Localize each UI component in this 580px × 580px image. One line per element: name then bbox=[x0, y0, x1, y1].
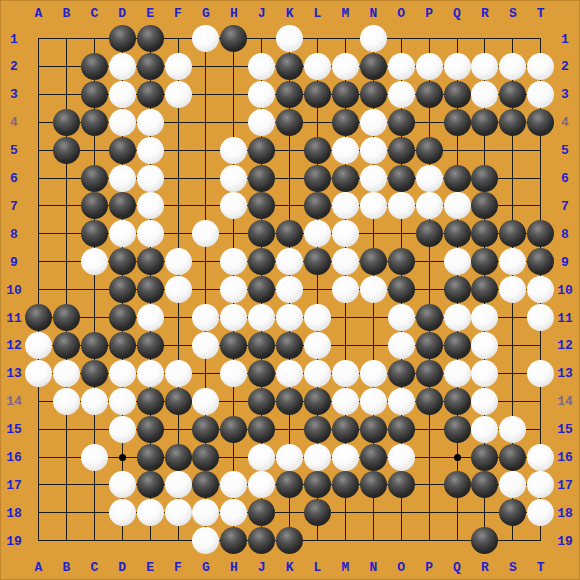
black-stone bbox=[416, 220, 443, 247]
black-stone bbox=[109, 25, 136, 52]
column-label: A bbox=[35, 560, 43, 573]
white-stone bbox=[332, 192, 359, 219]
black-stone bbox=[81, 81, 108, 108]
white-stone bbox=[332, 388, 359, 415]
black-stone bbox=[220, 25, 247, 52]
white-stone bbox=[527, 276, 554, 303]
white-stone bbox=[137, 109, 164, 136]
row-label: 15 bbox=[6, 423, 22, 436]
black-stone bbox=[220, 416, 247, 443]
black-stone bbox=[304, 248, 331, 275]
black-stone bbox=[332, 165, 359, 192]
white-stone bbox=[304, 220, 331, 247]
white-stone bbox=[192, 499, 219, 526]
black-stone bbox=[360, 471, 387, 498]
white-stone bbox=[527, 53, 554, 80]
white-stone bbox=[137, 192, 164, 219]
black-stone bbox=[81, 192, 108, 219]
white-stone bbox=[248, 81, 275, 108]
black-stone bbox=[388, 276, 415, 303]
black-stone bbox=[416, 388, 443, 415]
black-stone bbox=[137, 388, 164, 415]
white-stone bbox=[192, 25, 219, 52]
white-stone bbox=[192, 527, 219, 554]
row-label: 2 bbox=[10, 60, 18, 73]
white-stone bbox=[165, 276, 192, 303]
black-stone bbox=[471, 165, 498, 192]
column-label: G bbox=[202, 560, 210, 573]
white-stone bbox=[276, 276, 303, 303]
white-stone bbox=[109, 220, 136, 247]
column-label: N bbox=[369, 6, 377, 19]
black-stone bbox=[471, 109, 498, 136]
black-stone bbox=[220, 527, 247, 554]
black-stone bbox=[276, 332, 303, 359]
white-stone bbox=[332, 137, 359, 164]
white-stone bbox=[165, 499, 192, 526]
white-stone bbox=[388, 388, 415, 415]
black-stone bbox=[388, 109, 415, 136]
black-stone bbox=[137, 416, 164, 443]
black-stone bbox=[388, 165, 415, 192]
column-label: J bbox=[258, 6, 266, 19]
white-stone bbox=[109, 388, 136, 415]
column-label: C bbox=[90, 560, 98, 573]
row-label: 6 bbox=[561, 172, 569, 185]
black-stone bbox=[416, 360, 443, 387]
row-label: 19 bbox=[6, 534, 22, 547]
white-stone bbox=[332, 444, 359, 471]
column-label: H bbox=[230, 560, 238, 573]
white-stone bbox=[471, 388, 498, 415]
black-stone bbox=[53, 137, 80, 164]
column-label: D bbox=[118, 6, 126, 19]
row-label: 1 bbox=[10, 32, 18, 45]
white-stone bbox=[109, 416, 136, 443]
go-board[interactable]: ABCDEFGHJKLMNOPQRST ABCDEFGHJKLMNOPQRST … bbox=[0, 0, 580, 580]
black-stone bbox=[137, 444, 164, 471]
black-stone bbox=[471, 527, 498, 554]
row-label: 5 bbox=[10, 144, 18, 157]
black-stone bbox=[471, 220, 498, 247]
white-stone bbox=[416, 192, 443, 219]
black-stone bbox=[332, 416, 359, 443]
black-stone bbox=[304, 499, 331, 526]
row-label: 1 bbox=[561, 32, 569, 45]
white-stone bbox=[109, 499, 136, 526]
white-stone bbox=[527, 444, 554, 471]
black-stone bbox=[416, 332, 443, 359]
white-stone bbox=[444, 53, 471, 80]
white-stone bbox=[165, 471, 192, 498]
black-stone bbox=[360, 444, 387, 471]
black-stone bbox=[527, 248, 554, 275]
black-stone bbox=[471, 276, 498, 303]
white-stone bbox=[81, 248, 108, 275]
white-stone bbox=[276, 25, 303, 52]
black-stone bbox=[165, 444, 192, 471]
black-stone bbox=[276, 220, 303, 247]
black-stone bbox=[276, 53, 303, 80]
column-label: D bbox=[118, 560, 126, 573]
column-label: B bbox=[62, 560, 70, 573]
white-stone bbox=[527, 304, 554, 331]
white-stone bbox=[360, 165, 387, 192]
black-stone bbox=[276, 81, 303, 108]
white-stone bbox=[81, 444, 108, 471]
black-stone bbox=[527, 109, 554, 136]
black-stone bbox=[137, 276, 164, 303]
white-stone bbox=[360, 109, 387, 136]
column-label: G bbox=[202, 6, 210, 19]
white-stone bbox=[137, 220, 164, 247]
white-stone bbox=[248, 53, 275, 80]
white-stone bbox=[248, 471, 275, 498]
black-stone bbox=[444, 165, 471, 192]
white-stone bbox=[471, 304, 498, 331]
white-stone bbox=[220, 165, 247, 192]
white-stone bbox=[81, 388, 108, 415]
black-stone bbox=[137, 332, 164, 359]
star-point bbox=[454, 454, 461, 461]
white-stone bbox=[220, 192, 247, 219]
white-stone bbox=[276, 360, 303, 387]
row-label: 15 bbox=[557, 423, 573, 436]
white-stone bbox=[109, 165, 136, 192]
white-stone bbox=[192, 388, 219, 415]
white-stone bbox=[416, 165, 443, 192]
column-label: K bbox=[286, 560, 294, 573]
white-stone bbox=[220, 471, 247, 498]
black-stone bbox=[388, 471, 415, 498]
white-stone bbox=[499, 276, 526, 303]
black-stone bbox=[499, 444, 526, 471]
row-label: 13 bbox=[557, 367, 573, 380]
black-stone bbox=[81, 332, 108, 359]
black-stone bbox=[332, 81, 359, 108]
white-stone bbox=[192, 220, 219, 247]
white-stone bbox=[192, 332, 219, 359]
black-stone bbox=[444, 388, 471, 415]
row-label: 3 bbox=[561, 88, 569, 101]
row-label: 12 bbox=[6, 339, 22, 352]
column-label: R bbox=[481, 560, 489, 573]
white-stone bbox=[109, 81, 136, 108]
white-stone bbox=[165, 248, 192, 275]
row-label: 13 bbox=[6, 367, 22, 380]
white-stone bbox=[53, 360, 80, 387]
black-stone bbox=[360, 248, 387, 275]
white-stone bbox=[360, 276, 387, 303]
black-stone bbox=[304, 416, 331, 443]
black-stone bbox=[248, 220, 275, 247]
white-stone bbox=[471, 81, 498, 108]
white-stone bbox=[388, 332, 415, 359]
row-label: 5 bbox=[561, 144, 569, 157]
black-stone bbox=[499, 109, 526, 136]
white-stone bbox=[499, 248, 526, 275]
black-stone bbox=[81, 53, 108, 80]
white-stone bbox=[332, 53, 359, 80]
white-stone bbox=[220, 276, 247, 303]
white-stone bbox=[25, 360, 52, 387]
white-stone bbox=[220, 499, 247, 526]
column-label: F bbox=[174, 560, 182, 573]
black-stone bbox=[137, 248, 164, 275]
black-stone bbox=[304, 388, 331, 415]
white-stone bbox=[471, 416, 498, 443]
black-stone bbox=[276, 527, 303, 554]
black-stone bbox=[53, 332, 80, 359]
black-stone bbox=[109, 192, 136, 219]
column-label: Q bbox=[453, 560, 461, 573]
black-stone bbox=[332, 471, 359, 498]
white-stone bbox=[304, 53, 331, 80]
white-stone bbox=[527, 360, 554, 387]
row-label: 19 bbox=[557, 534, 573, 547]
white-stone bbox=[444, 360, 471, 387]
black-stone bbox=[304, 81, 331, 108]
black-stone bbox=[248, 165, 275, 192]
row-label: 6 bbox=[10, 172, 18, 185]
white-stone bbox=[360, 360, 387, 387]
black-stone bbox=[248, 248, 275, 275]
column-label: M bbox=[341, 6, 349, 19]
black-stone bbox=[109, 304, 136, 331]
white-stone bbox=[416, 53, 443, 80]
black-stone bbox=[25, 304, 52, 331]
white-stone bbox=[499, 416, 526, 443]
white-stone bbox=[109, 53, 136, 80]
white-stone bbox=[53, 388, 80, 415]
row-label: 16 bbox=[557, 451, 573, 464]
column-label: O bbox=[397, 560, 405, 573]
white-stone bbox=[527, 471, 554, 498]
row-label: 10 bbox=[557, 283, 573, 296]
white-stone bbox=[165, 81, 192, 108]
column-label: M bbox=[341, 560, 349, 573]
white-stone bbox=[388, 304, 415, 331]
white-stone bbox=[388, 444, 415, 471]
black-stone bbox=[444, 276, 471, 303]
black-stone bbox=[332, 109, 359, 136]
black-stone bbox=[416, 304, 443, 331]
column-label: S bbox=[509, 6, 517, 19]
column-label: P bbox=[425, 560, 433, 573]
white-stone bbox=[220, 360, 247, 387]
black-stone bbox=[137, 25, 164, 52]
white-stone bbox=[304, 332, 331, 359]
white-stone bbox=[332, 248, 359, 275]
column-label: O bbox=[397, 6, 405, 19]
white-stone bbox=[276, 444, 303, 471]
black-stone bbox=[137, 81, 164, 108]
row-label: 17 bbox=[6, 478, 22, 491]
black-stone bbox=[527, 220, 554, 247]
column-label: P bbox=[425, 6, 433, 19]
column-label: B bbox=[62, 6, 70, 19]
column-label: K bbox=[286, 6, 294, 19]
row-label: 14 bbox=[6, 395, 22, 408]
white-stone bbox=[248, 444, 275, 471]
row-label: 17 bbox=[557, 478, 573, 491]
black-stone bbox=[81, 165, 108, 192]
white-stone bbox=[360, 25, 387, 52]
black-stone bbox=[304, 471, 331, 498]
column-label: L bbox=[314, 560, 322, 573]
black-stone bbox=[360, 53, 387, 80]
black-stone bbox=[248, 332, 275, 359]
white-stone bbox=[220, 137, 247, 164]
black-stone bbox=[248, 276, 275, 303]
column-label: J bbox=[258, 560, 266, 573]
white-stone bbox=[248, 109, 275, 136]
white-stone bbox=[360, 192, 387, 219]
row-label: 4 bbox=[561, 116, 569, 129]
black-stone bbox=[499, 220, 526, 247]
column-label: L bbox=[314, 6, 322, 19]
white-stone bbox=[471, 332, 498, 359]
white-stone bbox=[220, 248, 247, 275]
column-label: F bbox=[174, 6, 182, 19]
black-stone bbox=[388, 137, 415, 164]
row-label: 3 bbox=[10, 88, 18, 101]
row-label: 7 bbox=[10, 199, 18, 212]
white-stone bbox=[332, 220, 359, 247]
white-stone bbox=[444, 248, 471, 275]
row-label: 18 bbox=[557, 506, 573, 519]
white-stone bbox=[360, 388, 387, 415]
white-stone bbox=[304, 360, 331, 387]
black-stone bbox=[416, 137, 443, 164]
black-stone bbox=[248, 192, 275, 219]
white-stone bbox=[304, 304, 331, 331]
row-label: 8 bbox=[10, 227, 18, 240]
white-stone bbox=[304, 444, 331, 471]
black-stone bbox=[192, 471, 219, 498]
column-label: C bbox=[90, 6, 98, 19]
row-label: 7 bbox=[561, 199, 569, 212]
white-stone bbox=[332, 360, 359, 387]
white-stone bbox=[137, 137, 164, 164]
black-stone bbox=[109, 332, 136, 359]
white-stone bbox=[276, 248, 303, 275]
column-label: E bbox=[146, 560, 154, 573]
row-label: 16 bbox=[6, 451, 22, 464]
black-stone bbox=[304, 192, 331, 219]
black-stone bbox=[276, 109, 303, 136]
black-stone bbox=[248, 416, 275, 443]
black-stone bbox=[416, 81, 443, 108]
black-stone bbox=[248, 499, 275, 526]
column-label: E bbox=[146, 6, 154, 19]
black-stone bbox=[109, 137, 136, 164]
black-stone bbox=[304, 137, 331, 164]
row-label: 4 bbox=[10, 116, 18, 129]
white-stone bbox=[527, 499, 554, 526]
black-stone bbox=[81, 360, 108, 387]
white-stone bbox=[388, 192, 415, 219]
black-stone bbox=[109, 248, 136, 275]
black-stone bbox=[388, 416, 415, 443]
white-stone bbox=[388, 81, 415, 108]
row-label: 12 bbox=[557, 339, 573, 352]
white-stone bbox=[499, 53, 526, 80]
black-stone bbox=[388, 360, 415, 387]
row-label: 14 bbox=[557, 395, 573, 408]
black-stone bbox=[304, 165, 331, 192]
white-stone bbox=[332, 276, 359, 303]
black-stone bbox=[165, 388, 192, 415]
black-stone bbox=[444, 220, 471, 247]
black-stone bbox=[499, 499, 526, 526]
black-stone bbox=[137, 53, 164, 80]
column-label: T bbox=[537, 560, 545, 573]
row-label: 10 bbox=[6, 283, 22, 296]
white-stone bbox=[527, 81, 554, 108]
column-label: Q bbox=[453, 6, 461, 19]
black-stone bbox=[248, 137, 275, 164]
white-stone bbox=[137, 304, 164, 331]
black-stone bbox=[471, 471, 498, 498]
white-stone bbox=[25, 332, 52, 359]
column-label: A bbox=[35, 6, 43, 19]
black-stone bbox=[471, 248, 498, 275]
go-app-window: { "game": "go", "board_size": 19, "posit… bbox=[0, 0, 580, 580]
black-stone bbox=[53, 304, 80, 331]
white-stone bbox=[137, 360, 164, 387]
black-stone bbox=[53, 109, 80, 136]
black-stone bbox=[248, 360, 275, 387]
column-label: T bbox=[537, 6, 545, 19]
white-stone bbox=[165, 360, 192, 387]
white-stone bbox=[137, 165, 164, 192]
white-stone bbox=[276, 304, 303, 331]
row-label: 9 bbox=[10, 255, 18, 268]
black-stone bbox=[192, 444, 219, 471]
grid-line-vertical bbox=[429, 38, 430, 541]
black-stone bbox=[444, 416, 471, 443]
black-stone bbox=[471, 192, 498, 219]
column-label: H bbox=[230, 6, 238, 19]
black-stone bbox=[109, 276, 136, 303]
white-stone bbox=[248, 304, 275, 331]
white-stone bbox=[471, 360, 498, 387]
black-stone bbox=[81, 109, 108, 136]
black-stone bbox=[471, 444, 498, 471]
row-label: 18 bbox=[6, 506, 22, 519]
black-stone bbox=[444, 471, 471, 498]
white-stone bbox=[444, 192, 471, 219]
column-label: R bbox=[481, 6, 489, 19]
black-stone bbox=[276, 388, 303, 415]
white-stone bbox=[360, 137, 387, 164]
row-label: 9 bbox=[561, 255, 569, 268]
black-stone bbox=[360, 416, 387, 443]
black-stone bbox=[444, 109, 471, 136]
row-label: 11 bbox=[6, 311, 22, 324]
white-stone bbox=[165, 53, 192, 80]
black-stone bbox=[248, 388, 275, 415]
white-stone bbox=[109, 471, 136, 498]
white-stone bbox=[220, 304, 247, 331]
black-stone bbox=[388, 248, 415, 275]
white-stone bbox=[471, 53, 498, 80]
white-stone bbox=[137, 499, 164, 526]
white-stone bbox=[499, 471, 526, 498]
star-point bbox=[119, 454, 126, 461]
black-stone bbox=[220, 332, 247, 359]
